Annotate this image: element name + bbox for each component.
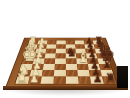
black-rook-piece: ♜ <box>104 72 117 85</box>
square <box>54 64 66 70</box>
square <box>100 70 114 77</box>
white-rook-piece: ♜ <box>15 72 28 85</box>
square: ♟ <box>90 77 104 84</box>
board-front-edge <box>3 86 128 90</box>
square: ♚ <box>97 59 109 64</box>
square: ♟ <box>88 64 101 70</box>
square <box>43 64 55 70</box>
square: ♟ <box>31 64 43 70</box>
square <box>66 70 78 77</box>
square <box>41 77 54 84</box>
board-squares: ♜♟♟♜♞♟♟♞♝♟♟♝♛♟♞♟♛♚♟♝♟♚♟♟♝♞♟♟♜♟♟♜ <box>14 40 118 84</box>
square <box>66 64 78 70</box>
board-corner-shadow <box>117 66 128 88</box>
square <box>78 77 91 84</box>
square <box>54 70 66 77</box>
square: ♟ <box>30 70 43 77</box>
black-rook-piece: ♜ <box>94 35 103 44</box>
white-rook-piece: ♜ <box>28 35 37 44</box>
square <box>55 59 66 64</box>
square: ♞ <box>18 70 32 77</box>
square: ♟ <box>89 70 102 77</box>
square: ♝ <box>99 64 112 70</box>
chess-board: ♜♟♟♜♞♟♟♞♝♟♟♝♛♟♞♟♛♚♟♝♟♚♟♟♝♞♟♟♜♟♟♜ <box>5 38 125 88</box>
square <box>66 59 77 64</box>
square <box>77 70 90 77</box>
square <box>44 59 55 64</box>
square <box>77 64 89 70</box>
board-frame: ♜♟♟♜♞♟♟♞♝♟♟♝♛♟♞♟♛♚♟♝♟♚♟♟♝♞♟♟♜♟♟♜ <box>5 38 125 88</box>
square <box>53 77 66 84</box>
square <box>66 77 79 84</box>
square <box>42 70 55 77</box>
chess-set-photo: ♜♟♟♜♞♟♟♞♝♟♟♝♛♟♞♟♛♚♟♝♟♚♟♟♝♞♟♟♜♟♟♜ <box>0 0 130 98</box>
square: ♜ <box>102 77 116 84</box>
